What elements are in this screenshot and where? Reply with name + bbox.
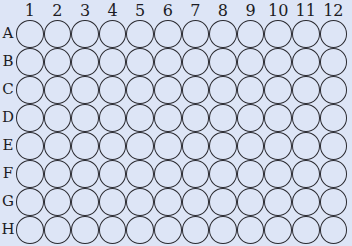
cell-E5 xyxy=(126,132,154,160)
well-A4[interactable] xyxy=(99,20,127,48)
well-C9[interactable] xyxy=(237,76,265,104)
well-C3[interactable] xyxy=(71,76,99,104)
row-label-C: C xyxy=(0,76,16,104)
well-D2[interactable] xyxy=(44,104,72,132)
cell-E8 xyxy=(209,132,237,160)
cell-C6 xyxy=(154,76,182,104)
cell-G3 xyxy=(71,188,99,216)
cell-D10 xyxy=(264,104,292,132)
well-D11[interactable] xyxy=(292,104,320,132)
well-G1[interactable] xyxy=(16,188,44,216)
cell-E6 xyxy=(154,132,182,160)
cell-H11 xyxy=(292,216,320,244)
well-B5[interactable] xyxy=(126,48,154,76)
cell-B8 xyxy=(209,48,237,76)
well-H12[interactable] xyxy=(320,216,348,244)
cell-A11 xyxy=(292,20,320,48)
well-A8[interactable] xyxy=(209,20,237,48)
well-A6[interactable] xyxy=(154,20,182,48)
cell-F2 xyxy=(44,160,72,188)
cell-C5 xyxy=(126,76,154,104)
well-A2[interactable] xyxy=(44,20,72,48)
cell-H7 xyxy=(182,216,210,244)
cell-D5 xyxy=(126,104,154,132)
cell-D6 xyxy=(154,104,182,132)
well-C10[interactable] xyxy=(264,76,292,104)
well-C12[interactable] xyxy=(320,76,348,104)
cell-F3 xyxy=(71,160,99,188)
row-label-E: E xyxy=(0,132,16,160)
cell-E7 xyxy=(182,132,210,160)
cell-D8 xyxy=(209,104,237,132)
well-D12[interactable] xyxy=(320,104,348,132)
cell-F8 xyxy=(209,160,237,188)
corner-cell xyxy=(0,0,16,20)
cell-A1 xyxy=(16,20,44,48)
cell-B3 xyxy=(71,48,99,76)
plate-96-well: 123456789101112ABCDEFGH xyxy=(0,0,352,246)
column-label-5: 5 xyxy=(126,0,154,20)
cell-B5 xyxy=(126,48,154,76)
cell-F4 xyxy=(99,160,127,188)
well-F4[interactable] xyxy=(99,160,127,188)
well-B12[interactable] xyxy=(320,48,348,76)
cell-H2 xyxy=(44,216,72,244)
well-A5[interactable] xyxy=(126,20,154,48)
cell-A12 xyxy=(320,20,348,48)
cell-B1 xyxy=(16,48,44,76)
well-G4[interactable] xyxy=(99,188,127,216)
cell-D1 xyxy=(16,104,44,132)
well-H6[interactable] xyxy=(154,216,182,244)
cell-A9 xyxy=(237,20,265,48)
row-label-F: F xyxy=(0,160,16,188)
cell-D11 xyxy=(292,104,320,132)
cell-G11 xyxy=(292,188,320,216)
well-B7[interactable] xyxy=(182,48,210,76)
column-label-10: 10 xyxy=(264,0,292,20)
cell-A7 xyxy=(182,20,210,48)
well-G10[interactable] xyxy=(264,188,292,216)
cell-E9 xyxy=(237,132,265,160)
well-G2[interactable] xyxy=(44,188,72,216)
cell-G12 xyxy=(320,188,348,216)
well-C11[interactable] xyxy=(292,76,320,104)
cell-G4 xyxy=(99,188,127,216)
well-E8[interactable] xyxy=(209,132,237,160)
cell-G8 xyxy=(209,188,237,216)
cell-B7 xyxy=(182,48,210,76)
cell-E10 xyxy=(264,132,292,160)
cell-D9 xyxy=(237,104,265,132)
cell-B6 xyxy=(154,48,182,76)
cell-A5 xyxy=(126,20,154,48)
cell-F7 xyxy=(182,160,210,188)
well-C7[interactable] xyxy=(182,76,210,104)
column-label-11: 11 xyxy=(292,0,320,20)
cell-G1 xyxy=(16,188,44,216)
well-H2[interactable] xyxy=(44,216,72,244)
cell-B12 xyxy=(320,48,348,76)
well-B9[interactable] xyxy=(237,48,265,76)
cell-H5 xyxy=(126,216,154,244)
row-label-H: H xyxy=(0,216,16,244)
cell-E4 xyxy=(99,132,127,160)
well-F8[interactable] xyxy=(209,160,237,188)
well-E10[interactable] xyxy=(264,132,292,160)
cell-D4 xyxy=(99,104,127,132)
well-D8[interactable] xyxy=(209,104,237,132)
cell-C12 xyxy=(320,76,348,104)
cell-A4 xyxy=(99,20,127,48)
well-C8[interactable] xyxy=(209,76,237,104)
well-F1[interactable] xyxy=(16,160,44,188)
cell-A10 xyxy=(264,20,292,48)
row-label-D: D xyxy=(0,104,16,132)
column-label-3: 3 xyxy=(71,0,99,20)
well-A3[interactable] xyxy=(71,20,99,48)
cell-F1 xyxy=(16,160,44,188)
well-G3[interactable] xyxy=(71,188,99,216)
cell-C10 xyxy=(264,76,292,104)
cell-E3 xyxy=(71,132,99,160)
cell-C9 xyxy=(237,76,265,104)
well-B3[interactable] xyxy=(71,48,99,76)
plate-grid: 123456789101112ABCDEFGH xyxy=(0,0,352,244)
cell-H9 xyxy=(237,216,265,244)
cell-E2 xyxy=(44,132,72,160)
well-H8[interactable] xyxy=(209,216,237,244)
well-D1[interactable] xyxy=(16,104,44,132)
cell-B4 xyxy=(99,48,127,76)
well-G9[interactable] xyxy=(237,188,265,216)
cell-F9 xyxy=(237,160,265,188)
well-F9[interactable] xyxy=(237,160,265,188)
cell-H1 xyxy=(16,216,44,244)
well-B10[interactable] xyxy=(264,48,292,76)
well-B6[interactable] xyxy=(154,48,182,76)
cell-B9 xyxy=(237,48,265,76)
cell-E12 xyxy=(320,132,348,160)
well-C2[interactable] xyxy=(44,76,72,104)
cell-C7 xyxy=(182,76,210,104)
cell-C8 xyxy=(209,76,237,104)
cell-C2 xyxy=(44,76,72,104)
well-D9[interactable] xyxy=(237,104,265,132)
cell-G2 xyxy=(44,188,72,216)
cell-G5 xyxy=(126,188,154,216)
cell-D3 xyxy=(71,104,99,132)
well-H10[interactable] xyxy=(264,216,292,244)
well-H9[interactable] xyxy=(237,216,265,244)
cell-H10 xyxy=(264,216,292,244)
cell-H3 xyxy=(71,216,99,244)
column-label-1: 1 xyxy=(16,0,44,20)
cell-F5 xyxy=(126,160,154,188)
well-F11[interactable] xyxy=(292,160,320,188)
column-label-7: 7 xyxy=(182,0,210,20)
well-C5[interactable] xyxy=(126,76,154,104)
cell-A6 xyxy=(154,20,182,48)
column-label-2: 2 xyxy=(44,0,72,20)
well-G6[interactable] xyxy=(154,188,182,216)
cell-C3 xyxy=(71,76,99,104)
cell-G9 xyxy=(237,188,265,216)
well-F10[interactable] xyxy=(264,160,292,188)
well-H3[interactable] xyxy=(71,216,99,244)
well-A7[interactable] xyxy=(182,20,210,48)
cell-B2 xyxy=(44,48,72,76)
column-label-4: 4 xyxy=(99,0,127,20)
well-E11[interactable] xyxy=(292,132,320,160)
cell-H8 xyxy=(209,216,237,244)
well-B1[interactable] xyxy=(16,48,44,76)
well-D10[interactable] xyxy=(264,104,292,132)
well-F3[interactable] xyxy=(71,160,99,188)
row-label-A: A xyxy=(0,20,16,48)
well-E12[interactable] xyxy=(320,132,348,160)
well-F12[interactable] xyxy=(320,160,348,188)
well-B4[interactable] xyxy=(99,48,127,76)
well-H11[interactable] xyxy=(292,216,320,244)
cell-E1 xyxy=(16,132,44,160)
well-E2[interactable] xyxy=(44,132,72,160)
well-A9[interactable] xyxy=(237,20,265,48)
cell-A8 xyxy=(209,20,237,48)
cell-C4 xyxy=(99,76,127,104)
cell-C1 xyxy=(16,76,44,104)
well-F5[interactable] xyxy=(126,160,154,188)
cell-F12 xyxy=(320,160,348,188)
well-E3[interactable] xyxy=(71,132,99,160)
cell-C11 xyxy=(292,76,320,104)
well-H7[interactable] xyxy=(182,216,210,244)
well-A12[interactable] xyxy=(320,20,348,48)
well-A11[interactable] xyxy=(292,20,320,48)
well-F6[interactable] xyxy=(154,160,182,188)
well-E5[interactable] xyxy=(126,132,154,160)
well-H5[interactable] xyxy=(126,216,154,244)
cell-F10 xyxy=(264,160,292,188)
well-E9[interactable] xyxy=(237,132,265,160)
well-E1[interactable] xyxy=(16,132,44,160)
cell-G6 xyxy=(154,188,182,216)
well-C4[interactable] xyxy=(99,76,127,104)
well-B2[interactable] xyxy=(44,48,72,76)
well-D7[interactable] xyxy=(182,104,210,132)
well-G11[interactable] xyxy=(292,188,320,216)
well-A10[interactable] xyxy=(264,20,292,48)
well-G12[interactable] xyxy=(320,188,348,216)
well-E6[interactable] xyxy=(154,132,182,160)
well-D3[interactable] xyxy=(71,104,99,132)
column-label-9: 9 xyxy=(237,0,265,20)
cell-F6 xyxy=(154,160,182,188)
well-C6[interactable] xyxy=(154,76,182,104)
well-F7[interactable] xyxy=(182,160,210,188)
well-A1[interactable] xyxy=(16,20,44,48)
well-D4[interactable] xyxy=(99,104,127,132)
well-C1[interactable] xyxy=(16,76,44,104)
cell-H6 xyxy=(154,216,182,244)
well-H1[interactable] xyxy=(16,216,44,244)
well-D5[interactable] xyxy=(126,104,154,132)
row-label-G: G xyxy=(0,188,16,216)
well-H4[interactable] xyxy=(99,216,127,244)
cell-D12 xyxy=(320,104,348,132)
cell-A3 xyxy=(71,20,99,48)
cell-D7 xyxy=(182,104,210,132)
well-G5[interactable] xyxy=(126,188,154,216)
cell-E11 xyxy=(292,132,320,160)
cell-D2 xyxy=(44,104,72,132)
cell-F11 xyxy=(292,160,320,188)
well-G7[interactable] xyxy=(182,188,210,216)
well-G8[interactable] xyxy=(209,188,237,216)
row-label-B: B xyxy=(0,48,16,76)
cell-B11 xyxy=(292,48,320,76)
column-label-6: 6 xyxy=(154,0,182,20)
well-B11[interactable] xyxy=(292,48,320,76)
cell-G10 xyxy=(264,188,292,216)
column-label-8: 8 xyxy=(209,0,237,20)
well-E7[interactable] xyxy=(182,132,210,160)
column-label-12: 12 xyxy=(320,0,348,20)
well-F2[interactable] xyxy=(44,160,72,188)
cell-B10 xyxy=(264,48,292,76)
cell-A2 xyxy=(44,20,72,48)
well-B8[interactable] xyxy=(209,48,237,76)
cell-G7 xyxy=(182,188,210,216)
cell-H12 xyxy=(320,216,348,244)
cell-H4 xyxy=(99,216,127,244)
well-E4[interactable] xyxy=(99,132,127,160)
well-D6[interactable] xyxy=(154,104,182,132)
